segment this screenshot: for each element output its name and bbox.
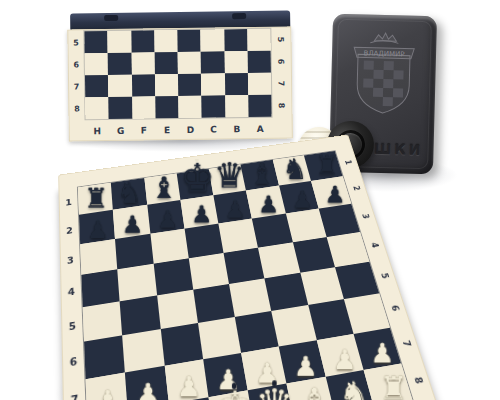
fb-square-h8 [85, 97, 109, 119]
fb-square-a8 [248, 95, 272, 117]
folded-board-grid [84, 29, 271, 120]
fb-square-a6 [247, 51, 271, 73]
fb-square-b6 [224, 51, 248, 73]
white-pawn: ♟ [87, 386, 128, 400]
square-h5 [83, 301, 123, 342]
fb-rank-label-8: 8 [68, 97, 85, 119]
black-pawn: ♟ [115, 212, 150, 236]
fb-square-f5 [131, 30, 155, 52]
white-knight: ♞ [334, 378, 374, 400]
fb-square-b7 [224, 73, 248, 95]
fb-square-c5 [201, 29, 225, 51]
square-e2: ♟ [180, 195, 218, 228]
square-e3 [184, 223, 223, 258]
white-pawn: ♟ [128, 380, 168, 400]
fb-square-b8 [225, 95, 249, 117]
black-knight: ♞ [113, 179, 147, 208]
rank-label-7: 7 [62, 379, 87, 400]
fb-square-e8 [155, 96, 179, 118]
fb-square-g6 [108, 53, 132, 75]
case-crest-emblem: ВЛАДИМИР [346, 28, 420, 122]
fb-square-g5 [108, 31, 132, 53]
square-e4 [189, 253, 229, 290]
black-queen: ♛ [213, 158, 246, 193]
square-f6 [160, 323, 203, 365]
white-pawn: ♟ [286, 353, 325, 380]
chess-board: 12345678 ♜♞♝♚♛♝♞♜♟♟♟♟♟♟♟♟♟♟♟♟♟♟♟♟♜♞♝♚♛♝♞… [58, 135, 443, 400]
square-g3 [115, 233, 153, 269]
black-pawn: ♟ [285, 188, 319, 211]
square-h1: ♜ [78, 183, 113, 215]
fb-square-a7 [248, 73, 272, 95]
fb-square-c8 [201, 95, 225, 117]
rank-label-4: 4 [60, 275, 82, 311]
fb-square-c7 [201, 73, 225, 95]
rank-label-2: 2 [59, 215, 80, 247]
fb-square-d8 [178, 96, 202, 118]
rank-label-6: 6 [62, 342, 86, 383]
black-king-finial [195, 157, 199, 163]
square-f7: ♟ [164, 359, 208, 400]
fb-rank-label-right-7: 7 [270, 75, 292, 92]
square-f2: ♟ [147, 200, 184, 233]
black-pawn: ♟ [252, 192, 286, 215]
square-f4 [153, 258, 193, 295]
black-bishop: ♝ [147, 173, 180, 203]
black-pawn: ♟ [184, 202, 218, 226]
square-g1: ♞ [111, 178, 147, 210]
fb-square-f7 [131, 74, 155, 96]
fb-square-b5 [224, 29, 248, 51]
rank-label-3: 3 [60, 244, 82, 278]
chess-board-scene: 12345678 ♜♞♝♚♛♝♞♜♟♟♟♟♟♟♟♟♟♟♟♟♟♟♟♟♜♞♝♚♛♝♞… [0, 120, 495, 400]
square-h2: ♟ [79, 210, 115, 244]
fb-square-f6 [131, 52, 155, 74]
fb-square-g8 [109, 97, 133, 119]
case-crest-text: ВЛАДИМИР [363, 49, 404, 58]
square-d2: ♟ [213, 191, 252, 224]
black-pawn: ♟ [150, 207, 184, 231]
rank-label-1: 1 [59, 187, 79, 217]
folded-board-rank-labels-right: 5678 [272, 28, 290, 116]
fb-rank-label-6: 6 [68, 53, 85, 75]
square-f1: ♝ [144, 173, 180, 205]
white-king-finial [232, 383, 237, 390]
black-pawn: ♟ [218, 197, 252, 221]
rank-label-right-2: 2 [338, 178, 375, 198]
white-pawn: ♟ [168, 373, 208, 400]
fb-rank-label-right-5: 5 [270, 31, 292, 48]
product-photo-stage: 5678 5678 HGFEDCBA ВЛАДИМИР ШАШК [0, 0, 500, 400]
fb-square-d7 [178, 74, 202, 96]
fb-square-g7 [108, 75, 132, 97]
black-knight: ♞ [278, 156, 311, 184]
fb-square-c6 [201, 51, 225, 73]
square-h4 [81, 269, 119, 307]
fb-square-f8 [132, 96, 156, 118]
square-f3 [150, 228, 189, 263]
fb-rank-label-5: 5 [67, 31, 84, 53]
fb-square-d5 [177, 30, 201, 52]
fb-square-h7 [85, 75, 109, 97]
fb-square-h6 [85, 53, 109, 75]
white-bishop: ♝ [294, 383, 335, 400]
fb-square-e6 [154, 52, 178, 74]
white-king: ♚ [214, 386, 255, 400]
fb-square-h5 [84, 31, 108, 53]
square-c1: ♝ [241, 160, 279, 191]
rank-label-right-1: 1 [330, 153, 366, 172]
fb-square-e7 [155, 74, 179, 96]
square-e1: ♚ [176, 169, 213, 200]
white-queen: ♛ [254, 384, 295, 400]
square-e8: ♚ [208, 390, 254, 400]
black-bishop: ♝ [246, 159, 279, 188]
square-g4 [117, 264, 156, 302]
square-e6 [198, 317, 241, 359]
square-g2: ♟ [113, 205, 150, 239]
square-d4 [223, 247, 264, 284]
fb-square-e5 [154, 30, 178, 52]
white-pawn: ♟ [324, 346, 363, 373]
rank-label-right-4: 4 [355, 234, 394, 257]
square-g5 [120, 295, 160, 335]
white-rook: ♜ [373, 373, 413, 400]
folded-board-rank-labels-left: 5678 [67, 31, 85, 119]
white-pawn: ♟ [362, 340, 401, 367]
square-c4 [258, 242, 300, 278]
rank-label-5: 5 [61, 307, 84, 345]
fb-rank-label-right-8: 8 [271, 97, 293, 114]
black-king: ♚ [180, 159, 213, 198]
fb-rank-label-right-6: 6 [270, 53, 292, 70]
white-queen-finial [272, 380, 277, 387]
black-pawn: ♟ [80, 217, 115, 241]
fb-square-d6 [178, 52, 202, 74]
square-d5 [229, 278, 272, 317]
fb-rank-label-7: 7 [68, 75, 85, 97]
black-rook: ♜ [79, 185, 113, 212]
fb-square-a5 [247, 29, 271, 51]
